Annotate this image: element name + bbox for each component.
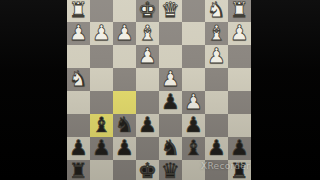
black-pawn-h7: ♟ [69,138,88,159]
square-h4[interactable]: ♞ [67,68,90,91]
black-pawn-e6: ♟ [138,115,157,136]
pillarbox-right [251,0,320,180]
square-f2[interactable]: ♟ [113,22,136,45]
square-d8[interactable]: ♛ [159,160,182,180]
square-d1[interactable]: ♛ [159,0,182,22]
square-f1[interactable] [113,0,136,22]
square-c6[interactable]: ♟ [182,114,205,137]
black-queen-d8: ♛ [161,161,180,180]
white-pawn-a2: ♟ [230,23,249,44]
square-b4[interactable] [205,68,228,91]
square-g7[interactable]: ♟ [90,137,113,160]
square-f8[interactable] [113,160,136,180]
square-f5[interactable] [113,91,136,114]
square-a5[interactable] [228,91,251,114]
square-e7[interactable] [136,137,159,160]
square-b3[interactable]: ♟ [205,45,228,68]
square-g6[interactable]: ♝ [90,114,113,137]
white-pawn-h2: ♟ [69,23,88,44]
square-f3[interactable] [113,45,136,68]
square-c4[interactable] [182,68,205,91]
white-king-e1: ♚ [138,0,157,21]
square-h8[interactable]: ♜ [67,160,90,180]
square-e2[interactable]: ♝ [136,22,159,45]
square-e1[interactable]: ♚ [136,0,159,22]
white-knight-h4: ♞ [69,69,88,90]
white-pawn-f2: ♟ [115,23,134,44]
square-a7[interactable]: ♟ [228,137,251,160]
square-h7[interactable]: ♟ [67,137,90,160]
square-f6[interactable]: ♞ [113,114,136,137]
square-c7[interactable]: ♝ [182,137,205,160]
square-a2[interactable]: ♟ [228,22,251,45]
square-c5[interactable]: ♟ [182,91,205,114]
square-d4[interactable]: ♟ [159,68,182,91]
white-pawn-d4: ♟ [161,69,180,90]
square-h2[interactable]: ♟ [67,22,90,45]
pillarbox-left [0,0,67,180]
black-rook-h8: ♜ [69,161,88,180]
square-a3[interactable] [228,45,251,68]
black-bishop-g6: ♝ [92,115,111,136]
square-c2[interactable] [182,22,205,45]
square-g8[interactable] [90,160,113,180]
black-pawn-g7: ♟ [92,138,111,159]
square-f7[interactable]: ♟ [113,137,136,160]
square-a4[interactable] [228,68,251,91]
square-g4[interactable] [90,68,113,91]
square-e5[interactable] [136,91,159,114]
square-d5[interactable]: ♟ [159,91,182,114]
black-pawn-d5: ♟ [161,92,180,113]
square-a6[interactable] [228,114,251,137]
black-pawn-b7: ♟ [207,138,226,159]
white-queen-d1: ♛ [161,0,180,21]
xrecorder-watermark: XRecorder [201,161,250,171]
square-g3[interactable] [90,45,113,68]
square-e3[interactable]: ♟ [136,45,159,68]
black-bishop-c7: ♝ [184,138,203,159]
black-king-e8: ♚ [138,161,157,180]
square-d6[interactable] [159,114,182,137]
square-b5[interactable] [205,91,228,114]
square-e4[interactable] [136,68,159,91]
square-b1[interactable]: ♞ [205,0,228,22]
square-b7[interactable]: ♟ [205,137,228,160]
square-d7[interactable]: ♞ [159,137,182,160]
white-pawn-c5: ♟ [184,92,203,113]
square-h3[interactable] [67,45,90,68]
square-d2[interactable] [159,22,182,45]
chess-board[interactable]: ♜♚♛♞♜♟♟♟♝♝♟♟♟♞♟♟♟♝♞♟♟♟♟♟♞♝♟♟♜♚♛♜ [67,0,251,180]
square-e8[interactable]: ♚ [136,160,159,180]
white-pawn-e3: ♟ [138,46,157,67]
square-c3[interactable] [182,45,205,68]
square-b2[interactable]: ♝ [205,22,228,45]
square-d3[interactable] [159,45,182,68]
black-knight-f6: ♞ [115,115,134,136]
black-pawn-a7: ♟ [230,138,249,159]
square-g1[interactable] [90,0,113,22]
square-h5[interactable] [67,91,90,114]
white-rook-a1: ♜ [230,0,249,21]
square-c1[interactable] [182,0,205,22]
white-rook-h1: ♜ [69,0,88,21]
square-f4[interactable] [113,68,136,91]
white-pawn-b3: ♟ [207,46,226,67]
white-bishop-b2: ♝ [207,23,226,44]
black-pawn-c6: ♟ [184,115,203,136]
white-pawn-g2: ♟ [92,23,111,44]
square-b6[interactable] [205,114,228,137]
black-knight-d7: ♞ [161,138,180,159]
square-g5[interactable] [90,91,113,114]
black-pawn-f7: ♟ [115,138,134,159]
white-bishop-e2: ♝ [138,23,157,44]
app-screen: ♜♚♛♞♜♟♟♟♝♝♟♟♟♞♟♟♟♝♞♟♟♟♟♟♞♝♟♟♜♚♛♜ XRecord… [0,0,320,180]
square-a1[interactable]: ♜ [228,0,251,22]
square-h6[interactable] [67,114,90,137]
square-h1[interactable]: ♜ [67,0,90,22]
white-knight-b1: ♞ [207,0,226,21]
square-g2[interactable]: ♟ [90,22,113,45]
square-e6[interactable]: ♟ [136,114,159,137]
